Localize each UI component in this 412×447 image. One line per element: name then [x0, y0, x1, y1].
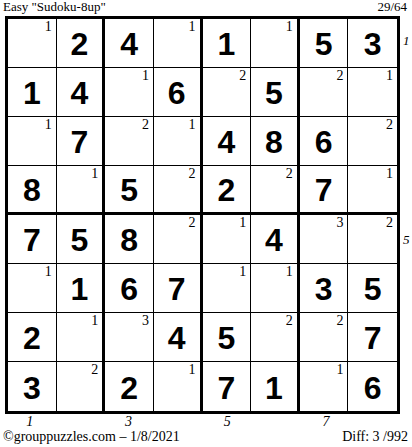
header: Easy "Sudoku-8up" 29/64: [0, 0, 412, 15]
cell-r2c2[interactable]: 4: [57, 68, 106, 117]
cell-r6c4[interactable]: 7: [154, 264, 203, 313]
cell-r8c2[interactable]: 2: [57, 362, 106, 411]
cell-r7c5[interactable]: 5: [203, 313, 252, 362]
corner-mark: 1: [142, 69, 149, 83]
corner-mark: 2: [386, 216, 393, 230]
corner-mark: 2: [189, 167, 196, 181]
given-digit: 5: [265, 75, 283, 109]
cell-r6c1[interactable]: 1: [8, 264, 57, 313]
col-label-3: 3: [125, 415, 132, 429]
cell-r1c6[interactable]: 1: [251, 19, 300, 68]
given-digit: 6: [168, 75, 186, 109]
cell-r5c5[interactable]: 1: [203, 215, 252, 264]
cell-r5c2[interactable]: 5: [57, 215, 106, 264]
corner-mark: 2: [286, 167, 293, 181]
corner-mark: 2: [142, 118, 149, 132]
given-digit: 7: [217, 370, 235, 404]
given-digit: 4: [217, 124, 235, 158]
cell-r4c1[interactable]: 8: [8, 166, 57, 215]
corner-mark: 3: [142, 314, 149, 328]
given-digit: 1: [23, 75, 41, 109]
cell-r8c3[interactable]: 2: [105, 362, 154, 411]
cell-r7c7[interactable]: 2: [300, 313, 349, 362]
copyright-text: ©grouppuzzles.com – 1/8/2021: [3, 429, 180, 444]
given-digit: 6: [120, 271, 138, 305]
cell-r5c1[interactable]: 7: [8, 215, 57, 264]
corner-mark: 1: [189, 363, 196, 377]
cell-r6c7[interactable]: 3: [300, 264, 349, 313]
cell-r4c7[interactable]: 7: [300, 166, 349, 215]
cell-r3c1[interactable]: 1: [8, 117, 57, 166]
corner-mark: 2: [336, 314, 343, 328]
cell-r3c6[interactable]: 8: [251, 117, 300, 166]
cell-r6c2[interactable]: 1: [57, 264, 106, 313]
cell-r3c5[interactable]: 4: [203, 117, 252, 166]
given-digit: 3: [23, 370, 41, 404]
puzzle-counter: 29/64: [377, 0, 407, 14]
cell-r6c8[interactable]: 5: [348, 264, 397, 313]
corner-mark: 2: [239, 69, 246, 83]
cell-r3c3[interactable]: 2: [105, 117, 154, 166]
cell-r1c4[interactable]: 1: [154, 19, 203, 68]
cell-r1c5[interactable]: 1: [203, 19, 252, 68]
given-digit: 1: [217, 26, 235, 60]
cell-r7c2[interactable]: 1: [57, 313, 106, 362]
cell-r5c6[interactable]: 4: [251, 215, 300, 264]
given-digit: 7: [315, 172, 333, 206]
cell-r2c7[interactable]: 2: [300, 68, 349, 117]
given-digit: 2: [120, 370, 138, 404]
corner-mark: 2: [286, 314, 293, 328]
given-digit: 8: [23, 172, 41, 206]
given-digit: 2: [217, 172, 235, 206]
cell-r4c3[interactable]: 5: [105, 166, 154, 215]
cell-r5c8[interactable]: 2: [348, 215, 397, 264]
cell-r4c8[interactable]: 1: [348, 166, 397, 215]
given-digit: 3: [364, 26, 382, 60]
cell-r4c5[interactable]: 2: [203, 166, 252, 215]
col-label-5: 5: [224, 415, 231, 429]
given-digit: 2: [23, 320, 41, 354]
cell-r7c8[interactable]: 7: [348, 313, 397, 362]
given-digit: 6: [364, 370, 382, 404]
corner-mark: 1: [286, 20, 293, 34]
corner-mark: 1: [45, 265, 52, 279]
corner-mark: 1: [91, 314, 98, 328]
corner-mark: 1: [286, 265, 293, 279]
given-digit: 5: [364, 271, 382, 305]
cell-r6c6[interactable]: 1: [251, 264, 300, 313]
cell-r1c1[interactable]: 1: [8, 19, 57, 68]
difficulty-text: Diff: 3 /992: [342, 429, 408, 444]
cell-r4c4[interactable]: 2: [154, 166, 203, 215]
corner-mark: 3: [336, 216, 343, 230]
corner-mark: 2: [336, 69, 343, 83]
cell-r6c5[interactable]: 1: [203, 264, 252, 313]
cell-r5c7[interactable]: 3: [300, 215, 349, 264]
cell-r8c6[interactable]: 1: [251, 362, 300, 411]
footer: ©grouppuzzles.com – 1/8/2021 Diff: 3 /99…: [0, 429, 412, 444]
sudoku-board: 1241115314162521172148628152227175821432…: [5, 16, 400, 414]
row-label-5: 5: [403, 232, 412, 248]
given-digit: 8: [120, 222, 138, 256]
given-digit: 4: [168, 320, 186, 354]
given-digit: 4: [71, 75, 89, 109]
corner-mark: 1: [386, 69, 393, 83]
cell-r1c7[interactable]: 5: [300, 19, 349, 68]
cell-r3c4[interactable]: 1: [154, 117, 203, 166]
corner-mark: 1: [239, 265, 246, 279]
cell-r7c3[interactable]: 3: [105, 313, 154, 362]
given-digit: 6: [315, 124, 333, 158]
cell-r3c2[interactable]: 7: [57, 117, 106, 166]
cell-r8c7[interactable]: 1: [300, 362, 349, 411]
puzzle-title: Easy "Sudoku-8up": [3, 0, 106, 14]
cell-r7c1[interactable]: 2: [8, 313, 57, 362]
cell-r4c6[interactable]: 2: [251, 166, 300, 215]
cell-r6c3[interactable]: 6: [105, 264, 154, 313]
cell-r2c5[interactable]: 2: [203, 68, 252, 117]
given-digit: 5: [315, 26, 333, 60]
given-digit: 7: [23, 222, 41, 256]
puzzle-page: Easy "Sudoku-8up" 29/64 1241115314162521…: [0, 0, 412, 447]
given-digit: 7: [168, 271, 186, 305]
cell-r1c8[interactable]: 3: [348, 19, 397, 68]
corner-mark: 2: [189, 216, 196, 230]
given-digit: 4: [265, 222, 283, 256]
col-label-7: 7: [322, 415, 329, 429]
corner-mark: 1: [91, 167, 98, 181]
given-digit: 1: [265, 370, 283, 404]
cell-r1c2[interactable]: 2: [57, 19, 106, 68]
corner-mark: 1: [45, 118, 52, 132]
cell-r8c4[interactable]: 1: [154, 362, 203, 411]
given-digit: 1: [71, 271, 89, 305]
corner-mark: 2: [386, 118, 393, 132]
cell-r5c3[interactable]: 8: [105, 215, 154, 264]
corner-mark: 1: [189, 118, 196, 132]
cell-r2c4[interactable]: 6: [154, 68, 203, 117]
given-digit: 5: [217, 320, 235, 354]
given-digit: 3: [315, 271, 333, 305]
cell-r2c6[interactable]: 5: [251, 68, 300, 117]
cell-r5c4[interactable]: 2: [154, 215, 203, 264]
corner-mark: 1: [386, 167, 393, 181]
cell-r2c8[interactable]: 1: [348, 68, 397, 117]
corner-mark: 2: [91, 363, 98, 377]
cell-r4c2[interactable]: 1: [57, 166, 106, 215]
corner-mark: 1: [45, 20, 52, 34]
cell-r8c8[interactable]: 6: [348, 362, 397, 411]
given-digit: 2: [71, 26, 89, 60]
corner-mark: 1: [239, 216, 246, 230]
given-digit: 5: [71, 222, 89, 256]
cell-r3c8[interactable]: 2: [348, 117, 397, 166]
col-label-1: 1: [26, 415, 33, 429]
given-digit: 5: [120, 172, 138, 206]
given-digit: 4: [120, 26, 138, 60]
corner-mark: 1: [189, 20, 196, 34]
cell-r7c6[interactable]: 2: [251, 313, 300, 362]
given-digit: 7: [71, 124, 89, 158]
cell-r7c4[interactable]: 4: [154, 313, 203, 362]
cell-r8c5[interactable]: 7: [203, 362, 252, 411]
cell-r1c3[interactable]: 4: [105, 19, 154, 68]
cell-r3c7[interactable]: 6: [300, 117, 349, 166]
corner-mark: 1: [336, 363, 343, 377]
row-label-1: 1: [403, 33, 412, 49]
given-digit: 7: [364, 320, 382, 354]
cell-r2c1[interactable]: 1: [8, 68, 57, 117]
cell-r8c1[interactable]: 3: [8, 362, 57, 411]
cell-r2c3[interactable]: 1: [105, 68, 154, 117]
given-digit: 8: [265, 124, 283, 158]
